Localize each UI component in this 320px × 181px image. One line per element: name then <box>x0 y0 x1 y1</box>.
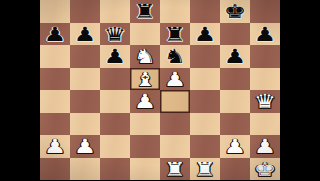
square-c3[interactable] <box>100 113 130 136</box>
piece-white-rook-f1: ♜ <box>194 161 216 179</box>
square-f2[interactable] <box>190 135 220 158</box>
piece-white-pawn-e5: ♟ <box>164 71 186 89</box>
square-d5[interactable]: ♝ <box>130 68 160 91</box>
square-d7[interactable] <box>130 23 160 46</box>
square-h4[interactable]: ♛ <box>250 90 280 113</box>
square-e1[interactable]: ♜ <box>160 158 190 181</box>
piece-black-queen-c7: ♛ <box>104 26 126 44</box>
square-d8[interactable]: ♜ <box>130 0 160 23</box>
square-e3[interactable] <box>160 113 190 136</box>
letterbox-right-bar <box>280 0 320 180</box>
piece-black-rook-e7: ♜ <box>164 26 186 44</box>
square-h2[interactable]: ♟ <box>250 135 280 158</box>
piece-white-pawn-h2: ♟ <box>254 139 276 157</box>
square-h7[interactable]: ♟ <box>250 23 280 46</box>
piece-black-pawn-g6: ♟ <box>224 49 246 67</box>
chess-board: ♜♚♟♟♛♜♟♟♟♞♞♟♝♟♟♛♟♟♟♟♜♜♚ <box>40 0 280 180</box>
letterbox-left-bar <box>0 0 40 180</box>
square-e7[interactable]: ♜ <box>160 23 190 46</box>
square-h3[interactable] <box>250 113 280 136</box>
square-e8[interactable] <box>160 0 190 23</box>
piece-black-knight-e6: ♞ <box>164 49 186 67</box>
square-d3[interactable] <box>130 113 160 136</box>
square-g2[interactable]: ♟ <box>220 135 250 158</box>
square-a6[interactable] <box>40 45 70 68</box>
square-b2[interactable]: ♟ <box>70 135 100 158</box>
square-h6[interactable] <box>250 45 280 68</box>
square-c6[interactable]: ♟ <box>100 45 130 68</box>
square-a5[interactable] <box>40 68 70 91</box>
square-b4[interactable] <box>70 90 100 113</box>
piece-white-knight-d6: ♞ <box>134 49 156 67</box>
square-f3[interactable] <box>190 113 220 136</box>
square-e2[interactable] <box>160 135 190 158</box>
square-d2[interactable] <box>130 135 160 158</box>
square-b8[interactable] <box>70 0 100 23</box>
square-e5[interactable]: ♟ <box>160 68 190 91</box>
piece-black-pawn-f7: ♟ <box>194 26 216 44</box>
square-g6[interactable]: ♟ <box>220 45 250 68</box>
square-h8[interactable] <box>250 0 280 23</box>
square-b3[interactable] <box>70 113 100 136</box>
square-g1[interactable] <box>220 158 250 181</box>
piece-white-king-h1: ♚ <box>254 161 276 179</box>
piece-black-rook-d8: ♜ <box>134 4 156 22</box>
piece-black-pawn-h7: ♟ <box>254 26 276 44</box>
video-frame: ♜♚♟♟♛♜♟♟♟♞♞♟♝♟♟♛♟♟♟♟♜♜♚ <box>0 0 320 180</box>
square-a7[interactable]: ♟ <box>40 23 70 46</box>
square-d6[interactable]: ♞ <box>130 45 160 68</box>
square-d4[interactable]: ♟ <box>130 90 160 113</box>
square-f7[interactable]: ♟ <box>190 23 220 46</box>
square-b1[interactable] <box>70 158 100 181</box>
piece-black-pawn-c6: ♟ <box>104 49 126 67</box>
square-b5[interactable] <box>70 68 100 91</box>
piece-white-pawn-a2: ♟ <box>44 139 66 157</box>
piece-white-pawn-d4: ♟ <box>134 94 156 112</box>
square-g8[interactable]: ♚ <box>220 0 250 23</box>
piece-white-queen-h4: ♛ <box>254 94 276 112</box>
square-d1[interactable] <box>130 158 160 181</box>
square-b7[interactable]: ♟ <box>70 23 100 46</box>
square-c7[interactable]: ♛ <box>100 23 130 46</box>
square-g5[interactable] <box>220 68 250 91</box>
square-c1[interactable] <box>100 158 130 181</box>
square-f4[interactable] <box>190 90 220 113</box>
square-c8[interactable] <box>100 0 130 23</box>
piece-white-pawn-g2: ♟ <box>224 139 246 157</box>
square-f8[interactable] <box>190 0 220 23</box>
square-h5[interactable] <box>250 68 280 91</box>
square-g3[interactable] <box>220 113 250 136</box>
square-a2[interactable]: ♟ <box>40 135 70 158</box>
square-f6[interactable] <box>190 45 220 68</box>
piece-white-pawn-b2: ♟ <box>74 139 96 157</box>
square-a3[interactable] <box>40 113 70 136</box>
square-g4[interactable] <box>220 90 250 113</box>
square-c4[interactable] <box>100 90 130 113</box>
square-f1[interactable]: ♜ <box>190 158 220 181</box>
piece-white-bishop-d5: ♝ <box>134 71 156 89</box>
piece-black-pawn-b7: ♟ <box>74 26 96 44</box>
square-a8[interactable] <box>40 0 70 23</box>
square-c2[interactable] <box>100 135 130 158</box>
square-a4[interactable] <box>40 90 70 113</box>
square-g7[interactable] <box>220 23 250 46</box>
square-c5[interactable] <box>100 68 130 91</box>
square-e6[interactable]: ♞ <box>160 45 190 68</box>
square-e4[interactable] <box>160 90 190 113</box>
piece-black-pawn-a7: ♟ <box>44 26 66 44</box>
square-b6[interactable] <box>70 45 100 68</box>
square-h1[interactable]: ♚ <box>250 158 280 181</box>
square-a1[interactable] <box>40 158 70 181</box>
piece-white-rook-e1: ♜ <box>164 161 186 179</box>
piece-black-king-g8: ♚ <box>224 4 246 22</box>
square-f5[interactable] <box>190 68 220 91</box>
